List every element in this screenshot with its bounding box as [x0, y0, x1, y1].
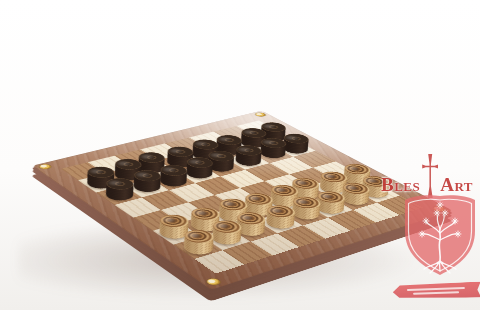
brass-corner-ornament: [431, 205, 447, 212]
brass-corner-ornament: [254, 112, 268, 117]
dark-piece: [101, 188, 138, 204]
playing-field: [61, 120, 423, 273]
brass-corner-ornament: [205, 278, 223, 286]
brass-corner-ornament: [38, 164, 53, 170]
checkers-board: [32, 111, 453, 290]
product-photo: Bles Art: [0, 0, 480, 310]
